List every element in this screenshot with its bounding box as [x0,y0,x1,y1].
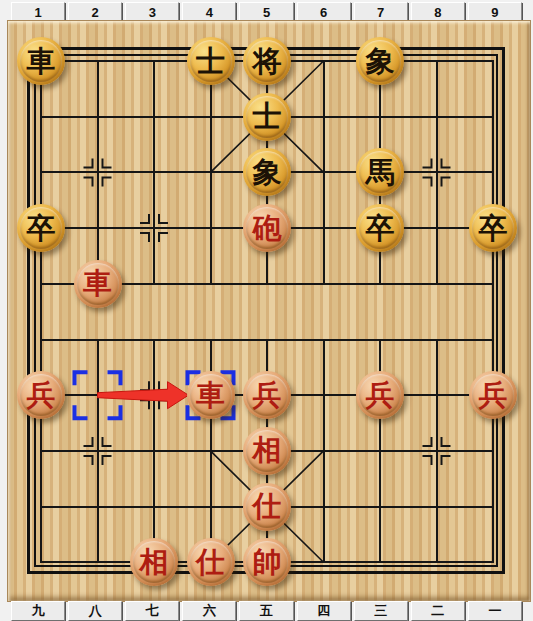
coord-label-top-1: 1 [11,2,65,22]
piece-glyph: 士 [253,102,282,131]
piece-red-elephant-f5r7[interactable]: 相 [243,427,291,475]
piece-red-general-f5r9[interactable]: 帥 [243,538,291,586]
coord-label-bottom-6: 四 [297,601,351,621]
coord-label-bottom-8: 二 [411,601,465,621]
pieces-layer: 車士将象士象馬卒卒卒砲車兵車兵兵兵相仕相仕帥 [8,21,530,601]
piece-glyph: 兵 [366,381,395,410]
piece-glyph: 車 [196,381,225,410]
bottom-coordinate-strip: 九八七六五四三二一 [0,601,533,621]
piece-glyph: 象 [366,47,395,76]
coord-label-top-3: 3 [125,2,179,22]
coord-label-top-8: 8 [411,2,465,22]
coord-label-top-4: 4 [182,2,236,22]
piece-red-chariot-f2r4[interactable]: 車 [74,260,122,308]
coord-label-bottom-2: 八 [68,601,122,621]
board: 車士将象士象馬卒卒卒砲車兵車兵兵兵相仕相仕帥 [7,20,531,602]
coord-label-top-5: 5 [239,2,293,22]
piece-glyph: 帥 [253,548,282,577]
coord-label-top-7: 7 [354,2,408,22]
piece-glyph: 車 [83,269,112,298]
piece-glyph: 馬 [366,158,395,187]
piece-glyph: 兵 [27,381,56,410]
piece-red-elephant-f3r9[interactable]: 相 [130,538,178,586]
piece-black-chariot-f1r0[interactable]: 車 [17,37,65,85]
piece-glyph: 兵 [253,381,282,410]
piece-red-advisor-f4r9[interactable]: 仕 [187,538,235,586]
top-coordinate-strip: 123456789 [0,2,533,22]
coord-label-bottom-1: 九 [11,601,65,621]
coord-label-top-9: 9 [468,2,522,22]
piece-black-general-f5r0[interactable]: 将 [243,37,291,85]
coord-label-bottom-9: 一 [468,601,522,621]
piece-red-soldier-f7r6[interactable]: 兵 [356,371,404,419]
coord-label-bottom-3: 七 [125,601,179,621]
piece-glyph: 相 [253,436,282,465]
piece-black-soldier-f1r3[interactable]: 卒 [17,204,65,252]
piece-black-advisor-f5r1[interactable]: 士 [243,93,291,141]
piece-glyph: 相 [140,548,169,577]
piece-glyph: 兵 [479,381,508,410]
piece-glyph: 士 [196,47,225,76]
piece-black-elephant-f5r2[interactable]: 象 [243,148,291,196]
piece-glyph: 象 [253,158,282,187]
piece-glyph: 卒 [27,214,56,243]
coord-label-bottom-4: 六 [182,601,236,621]
piece-glyph: 将 [253,47,282,76]
coord-label-bottom-7: 三 [354,601,408,621]
piece-red-soldier-f1r6[interactable]: 兵 [17,371,65,419]
piece-glyph: 砲 [253,214,282,243]
piece-glyph: 卒 [479,214,508,243]
piece-glyph: 車 [27,47,56,76]
coord-label-bottom-5: 五 [239,601,293,621]
piece-red-advisor-f5r8[interactable]: 仕 [243,483,291,531]
piece-glyph: 仕 [196,548,225,577]
coord-label-top-6: 6 [297,2,351,22]
piece-red-soldier-f9r6[interactable]: 兵 [469,371,517,419]
piece-black-advisor-f4r0[interactable]: 士 [187,37,235,85]
piece-black-elephant-f7r0[interactable]: 象 [356,37,404,85]
piece-glyph: 卒 [366,214,395,243]
piece-black-soldier-f7r3[interactable]: 卒 [356,204,404,252]
piece-red-chariot-f4r6[interactable]: 車 [187,371,235,419]
coord-label-top-2: 2 [68,2,122,22]
piece-glyph: 仕 [253,492,282,521]
piece-red-cannon-f5r3[interactable]: 砲 [243,204,291,252]
piece-red-soldier-f5r6[interactable]: 兵 [243,371,291,419]
piece-black-soldier-f9r3[interactable]: 卒 [469,204,517,252]
piece-black-horse-f7r2[interactable]: 馬 [356,148,404,196]
